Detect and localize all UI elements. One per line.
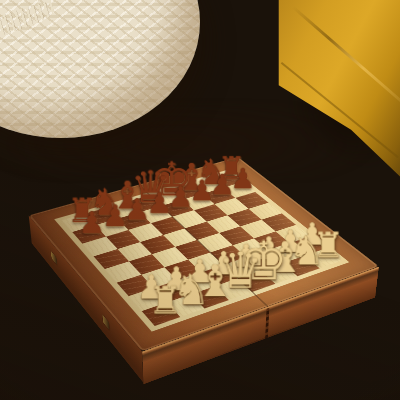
pouf-fringe [0, 1, 56, 56]
chess-box-scene: ♜♞♝♛♚♝♞♜♟♟♟♟♟♟♟♟♟♟♟♟♟♟♟♟♜♞♝♛♚♝♞♜ [29, 157, 379, 352]
box-hinge-seam [265, 308, 269, 339]
piece-white-rook-a1[interactable]: ♜ [135, 281, 195, 319]
box-clasp [102, 314, 109, 330]
piece-black-pawn-a7[interactable]: ♟ [65, 208, 118, 238]
box-clasp [51, 251, 57, 265]
scene-photo: ♜♞♝♛♚♝♞♜♟♟♟♟♟♟♟♟♟♟♟♟♟♟♟♟♜♞♝♛♚♝♞♜ [0, 0, 400, 400]
